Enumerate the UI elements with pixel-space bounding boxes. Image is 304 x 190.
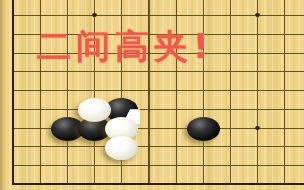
stone-white-E3: [105, 136, 138, 160]
stone-white-D5: [78, 98, 111, 122]
go-board-screenshot: 二间高夹!: [0, 0, 304, 190]
star-point-K4: [255, 126, 260, 130]
stone-black-H4: [187, 117, 220, 141]
star-point-D10: [92, 13, 97, 17]
title-text: 二间高夹!: [37, 29, 214, 63]
star-point-K10: [255, 13, 260, 17]
